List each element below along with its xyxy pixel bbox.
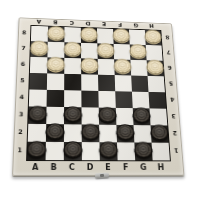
square-e2[interactable] — [99, 125, 117, 143]
black-checker-a1[interactable] — [27, 140, 47, 157]
square-g5[interactable] — [131, 76, 148, 92]
square-g4[interactable] — [132, 92, 150, 109]
rank-label-right-3: 3 — [167, 108, 180, 125]
file-label-bottom-c: C — [63, 160, 81, 175]
rank-label-left-2: 2 — [13, 123, 27, 141]
square-e7[interactable] — [97, 43, 114, 59]
square-d8[interactable] — [81, 28, 98, 44]
square-c2[interactable] — [64, 124, 82, 142]
square-d3[interactable] — [81, 107, 99, 124]
rank-label-right-4: 4 — [166, 91, 179, 108]
square-d1[interactable] — [82, 142, 100, 160]
white-checker-e7[interactable] — [97, 42, 115, 57]
square-f2[interactable] — [116, 125, 134, 143]
square-e5[interactable] — [98, 75, 115, 92]
square-b1[interactable] — [46, 142, 64, 160]
square-h2[interactable] — [151, 125, 169, 142]
square-e3[interactable] — [99, 108, 117, 125]
square-h6[interactable] — [147, 60, 164, 76]
square-f4[interactable] — [115, 91, 132, 108]
file-label-top-c: C — [64, 19, 80, 27]
white-checker-b8[interactable] — [47, 25, 65, 40]
file-label-bottom-g: G — [134, 160, 152, 174]
square-d5[interactable] — [81, 74, 98, 91]
white-checker-d6[interactable] — [81, 57, 99, 72]
black-checker-a3[interactable] — [28, 105, 47, 121]
file-label-top-g: G — [128, 22, 144, 30]
square-e1[interactable] — [99, 142, 117, 160]
square-b2[interactable] — [46, 124, 64, 142]
white-checker-f6[interactable] — [114, 58, 132, 73]
square-h5[interactable] — [148, 76, 165, 92]
file-label-bottom-a: A — [26, 160, 45, 175]
square-f8[interactable] — [113, 29, 130, 45]
white-checker-g7[interactable] — [129, 43, 147, 58]
square-c1[interactable] — [64, 142, 82, 160]
black-checker-c1[interactable] — [63, 141, 82, 158]
square-b3[interactable] — [46, 107, 64, 125]
rank-label-left-6: 6 — [16, 56, 29, 72]
square-f5[interactable] — [115, 75, 132, 92]
square-e4[interactable] — [98, 91, 115, 108]
white-checker-h8[interactable] — [144, 29, 162, 43]
square-c3[interactable] — [64, 107, 82, 124]
rank-label-left-7: 7 — [17, 40, 30, 56]
black-checker-c3[interactable] — [64, 106, 83, 122]
rank-label-left-3: 3 — [14, 105, 28, 123]
white-checker-f8[interactable] — [113, 28, 130, 42]
rank-label-left-1: 1 — [13, 141, 27, 159]
square-a1[interactable] — [27, 142, 46, 160]
checkers-board: ABCDEFGH ABCDEFGH 87654321 87654321 — [12, 17, 184, 176]
white-checker-a7[interactable] — [30, 40, 48, 55]
square-c7[interactable] — [64, 42, 81, 58]
square-h4[interactable] — [149, 92, 167, 109]
square-c4[interactable] — [64, 90, 81, 107]
square-a4[interactable] — [29, 89, 47, 106]
square-f1[interactable] — [117, 142, 135, 160]
square-c5[interactable] — [64, 74, 81, 91]
square-f6[interactable] — [114, 59, 131, 75]
black-checker-d2[interactable] — [81, 123, 100, 139]
rank-label-right-6: 6 — [163, 60, 176, 76]
black-checker-g1[interactable] — [134, 141, 153, 157]
square-g6[interactable] — [130, 60, 147, 76]
square-a8[interactable] — [31, 26, 48, 42]
rank-label-right-8: 8 — [161, 30, 173, 45]
file-label-bottom-b: B — [44, 160, 63, 175]
black-checker-g3[interactable] — [132, 107, 151, 123]
square-a7[interactable] — [30, 41, 47, 57]
product-photo: ABCDEFGH ABCDEFGH 87654321 87654321 — [0, 0, 200, 200]
square-b6[interactable] — [47, 57, 64, 73]
file-label-top-a: A — [30, 18, 47, 26]
black-checker-b2[interactable] — [45, 123, 64, 139]
rank-label-right-7: 7 — [162, 45, 175, 61]
square-b7[interactable] — [47, 42, 64, 58]
square-a6[interactable] — [30, 57, 48, 74]
white-checker-d8[interactable] — [80, 27, 97, 42]
board-grid — [26, 25, 171, 161]
rank-label-right-2: 2 — [168, 125, 181, 142]
latch-clasp — [95, 173, 109, 179]
square-b5[interactable] — [47, 73, 64, 90]
square-a3[interactable] — [28, 106, 46, 124]
white-checker-b6[interactable] — [47, 56, 65, 71]
rank-label-left-8: 8 — [18, 25, 31, 41]
square-d2[interactable] — [82, 124, 100, 142]
white-checker-c7[interactable] — [64, 41, 82, 56]
black-checker-h2[interactable] — [150, 124, 169, 140]
square-h1[interactable] — [152, 143, 170, 161]
square-h8[interactable] — [145, 30, 162, 45]
rank-label-right-1: 1 — [169, 142, 183, 160]
file-label-bottom-f: F — [117, 160, 135, 175]
square-h3[interactable] — [150, 108, 168, 125]
square-e6[interactable] — [98, 59, 115, 75]
rank-label-left-4: 4 — [15, 88, 28, 105]
square-g2[interactable] — [134, 125, 152, 143]
black-checker-e3[interactable] — [98, 106, 117, 122]
square-d7[interactable] — [81, 43, 98, 59]
rank-label-left-5: 5 — [16, 72, 29, 89]
file-label-top-e: E — [96, 20, 112, 28]
square-h7[interactable] — [146, 45, 163, 61]
square-a5[interactable] — [29, 73, 47, 90]
square-g1[interactable] — [134, 142, 152, 160]
square-g7[interactable] — [130, 44, 147, 60]
square-f7[interactable] — [114, 44, 131, 60]
square-d4[interactable] — [81, 91, 98, 108]
file-label-bottom-h: H — [152, 160, 170, 174]
black-checker-f2[interactable] — [116, 124, 135, 140]
white-checker-h6[interactable] — [146, 59, 164, 74]
square-b4[interactable] — [47, 90, 65, 107]
square-c8[interactable] — [64, 27, 81, 43]
square-c6[interactable] — [64, 58, 81, 74]
square-f3[interactable] — [116, 108, 134, 125]
square-d6[interactable] — [81, 58, 98, 74]
square-b8[interactable] — [48, 26, 65, 42]
black-checker-e1[interactable] — [99, 141, 118, 158]
rank-label-right-5: 5 — [165, 76, 178, 92]
square-a2[interactable] — [28, 124, 47, 142]
square-g3[interactable] — [133, 108, 151, 125]
